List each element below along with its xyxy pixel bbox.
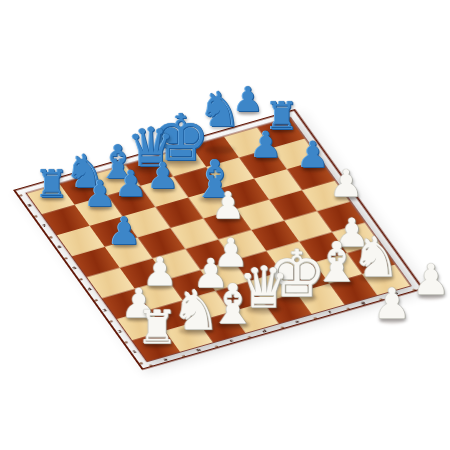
white-pawn-captured[interactable]: ♟	[373, 283, 411, 325]
blue-rook-a8[interactable]: ♜	[35, 165, 69, 203]
blue-pawn-b5[interactable]: ♟	[107, 212, 141, 250]
white-pawn-e5[interactable]: ♟	[211, 187, 244, 224]
blue-pawn-b7[interactable]: ♟	[84, 176, 116, 212]
white-pawn-captured[interactable]: ♟	[412, 259, 450, 301]
white-rook-a1[interactable]: ♜	[136, 304, 177, 350]
blue-pawn-h6[interactable]: ♟	[297, 137, 329, 173]
chess-product-photo: abcdefgh12345678 ♟♞♜♟♚♛♟♝♞♟♜♟♟♝♟♟♟♟♟♞♝♟♟…	[0, 0, 450, 450]
blue-pawn-c7[interactable]: ♟	[115, 166, 147, 202]
white-pawn-h5[interactable]: ♟	[329, 165, 362, 202]
white-knight-b1[interactable]: ♞	[171, 283, 220, 338]
blue-pawn-d7[interactable]: ♟	[147, 158, 179, 194]
blue-pawn-g7[interactable]: ♟	[250, 127, 282, 163]
